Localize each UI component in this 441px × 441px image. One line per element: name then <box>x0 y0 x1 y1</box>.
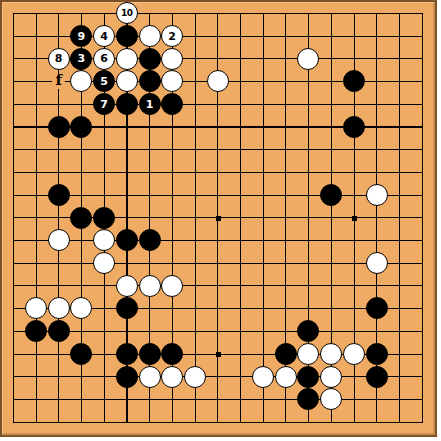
star-point <box>352 216 357 221</box>
white-stone <box>320 366 342 388</box>
white-stone <box>116 275 138 297</box>
star-point <box>216 352 221 357</box>
white-stone <box>366 252 388 274</box>
white-stone <box>275 366 297 388</box>
black-stone <box>116 25 138 47</box>
white-stone: 4 <box>93 25 115 47</box>
white-stone: 8 <box>48 48 70 70</box>
black-stone <box>320 184 342 206</box>
black-stone <box>343 116 365 138</box>
black-stone <box>139 70 161 92</box>
white-stone <box>252 366 274 388</box>
black-stone <box>116 366 138 388</box>
go-board: f10942836571 <box>0 0 437 437</box>
white-stone <box>320 343 342 365</box>
black-stone <box>275 343 297 365</box>
move-number-3: 3 <box>78 53 86 64</box>
move-number-7: 7 <box>100 99 108 110</box>
white-stone <box>93 252 115 274</box>
black-stone <box>366 366 388 388</box>
move-number-10: 10 <box>121 9 133 18</box>
point-label-f: f <box>55 73 61 88</box>
black-stone <box>297 366 319 388</box>
move-number-5: 5 <box>100 76 108 87</box>
star-point <box>216 216 221 221</box>
white-stone: 10 <box>116 2 138 24</box>
black-stone <box>366 343 388 365</box>
white-stone <box>297 48 319 70</box>
black-stone: 1 <box>139 93 161 115</box>
white-stone <box>48 297 70 319</box>
white-stone <box>366 184 388 206</box>
white-stone <box>161 366 183 388</box>
move-number-1: 1 <box>146 99 154 110</box>
white-stone <box>161 275 183 297</box>
white-stone <box>161 48 183 70</box>
black-stone <box>366 297 388 319</box>
white-stone <box>48 229 70 251</box>
black-stone <box>48 184 70 206</box>
move-number-6: 6 <box>100 53 108 64</box>
black-stone <box>139 229 161 251</box>
black-stone <box>70 207 92 229</box>
black-stone <box>139 343 161 365</box>
black-stone <box>116 229 138 251</box>
white-stone <box>207 70 229 92</box>
black-stone <box>48 116 70 138</box>
black-stone <box>139 48 161 70</box>
move-number-8: 8 <box>55 53 63 64</box>
black-stone <box>25 320 47 342</box>
black-stone: 3 <box>70 48 92 70</box>
black-stone <box>93 207 115 229</box>
white-stone <box>116 48 138 70</box>
white-stone <box>139 366 161 388</box>
white-stone: 6 <box>93 48 115 70</box>
black-stone <box>48 320 70 342</box>
white-stone <box>139 275 161 297</box>
black-stone <box>161 343 183 365</box>
black-stone <box>116 93 138 115</box>
move-number-4: 4 <box>100 31 108 42</box>
black-stone <box>116 343 138 365</box>
move-number-2: 2 <box>168 31 176 42</box>
white-stone <box>139 25 161 47</box>
white-stone <box>343 343 365 365</box>
white-stone <box>184 366 206 388</box>
move-number-9: 9 <box>78 31 86 42</box>
